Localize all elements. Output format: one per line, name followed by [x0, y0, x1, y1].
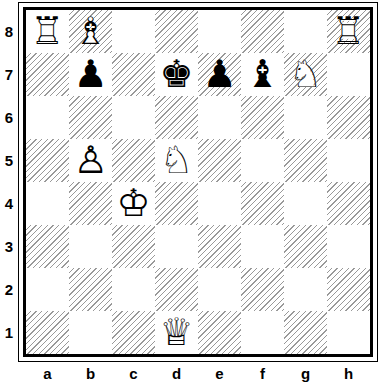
square-d7[interactable]: ♚ — [155, 53, 198, 96]
piece-black-pawn: ♟ — [69, 53, 112, 96]
square-d3[interactable] — [155, 225, 198, 268]
chess-diagram: 87654321 ♜♖♝♗♜♖♟♚♟♝♞♘♟♙♞♘♚♔♛♕ abcdefgh — [0, 0, 381, 386]
square-b6[interactable] — [69, 96, 112, 139]
piece-white-knight: ♞♘ — [155, 139, 198, 182]
square-a8[interactable]: ♜♖ — [26, 10, 69, 53]
square-b8[interactable]: ♝♗ — [69, 10, 112, 53]
black-pawn-glyph: ♟ — [198, 53, 241, 96]
piece-white-queen: ♛♕ — [155, 311, 198, 354]
square-g3[interactable] — [284, 225, 327, 268]
square-d1[interactable]: ♛♕ — [155, 311, 198, 354]
square-c6[interactable] — [112, 96, 155, 139]
white-queen-glyph: ♕ — [155, 311, 198, 354]
square-a2[interactable] — [26, 268, 69, 311]
piece-black-pawn: ♟ — [198, 53, 241, 96]
square-b5[interactable]: ♟♙ — [69, 139, 112, 182]
file-labels: abcdefgh — [26, 360, 370, 386]
square-f6[interactable] — [241, 96, 284, 139]
square-a1[interactable] — [26, 311, 69, 354]
square-e6[interactable] — [198, 96, 241, 139]
rank-label-6: 6 — [0, 96, 18, 139]
file-label-d: d — [155, 360, 198, 386]
file-label-g: g — [284, 360, 327, 386]
square-c8[interactable] — [112, 10, 155, 53]
square-g7[interactable]: ♞♘ — [284, 53, 327, 96]
file-label-e: e — [198, 360, 241, 386]
square-e8[interactable] — [198, 10, 241, 53]
black-bishop-glyph: ♝ — [241, 53, 284, 96]
square-b4[interactable] — [69, 182, 112, 225]
square-g2[interactable] — [284, 268, 327, 311]
black-pawn-glyph: ♟ — [69, 53, 112, 96]
rank-label-2: 2 — [0, 268, 18, 311]
rank-label-1: 1 — [0, 311, 18, 354]
rank-label-8: 8 — [0, 10, 18, 53]
piece-white-knight: ♞♘ — [284, 53, 327, 96]
square-g6[interactable] — [284, 96, 327, 139]
square-h4[interactable] — [327, 182, 370, 225]
rank-label-4: 4 — [0, 182, 18, 225]
white-rook-glyph: ♖ — [26, 10, 69, 53]
square-a5[interactable] — [26, 139, 69, 182]
piece-white-king: ♚♔ — [112, 182, 155, 225]
square-h8[interactable]: ♜♖ — [327, 10, 370, 53]
square-c7[interactable] — [112, 53, 155, 96]
rank-label-5: 5 — [0, 139, 18, 182]
rank-label-3: 3 — [0, 225, 18, 268]
square-g4[interactable] — [284, 182, 327, 225]
piece-white-rook: ♜♖ — [327, 10, 370, 53]
square-c5[interactable] — [112, 139, 155, 182]
square-g1[interactable] — [284, 311, 327, 354]
square-e3[interactable] — [198, 225, 241, 268]
square-d8[interactable] — [155, 10, 198, 53]
chess-board: ♜♖♝♗♜♖♟♚♟♝♞♘♟♙♞♘♚♔♛♕ — [26, 10, 370, 354]
white-pawn-glyph: ♙ — [69, 139, 112, 182]
square-d5[interactable]: ♞♘ — [155, 139, 198, 182]
square-h3[interactable] — [327, 225, 370, 268]
file-label-a: a — [26, 360, 69, 386]
square-e5[interactable] — [198, 139, 241, 182]
square-e7[interactable]: ♟ — [198, 53, 241, 96]
white-knight-glyph: ♘ — [155, 139, 198, 182]
square-c2[interactable] — [112, 268, 155, 311]
square-d6[interactable] — [155, 96, 198, 139]
square-h6[interactable] — [327, 96, 370, 139]
square-b1[interactable] — [69, 311, 112, 354]
square-h5[interactable] — [327, 139, 370, 182]
rank-label-7: 7 — [0, 53, 18, 96]
square-a4[interactable] — [26, 182, 69, 225]
square-d4[interactable] — [155, 182, 198, 225]
square-c1[interactable] — [112, 311, 155, 354]
square-e1[interactable] — [198, 311, 241, 354]
square-g5[interactable] — [284, 139, 327, 182]
file-label-b: b — [69, 360, 112, 386]
square-b7[interactable]: ♟ — [69, 53, 112, 96]
square-h7[interactable] — [327, 53, 370, 96]
file-label-f: f — [241, 360, 284, 386]
piece-white-pawn: ♟♙ — [69, 139, 112, 182]
square-g8[interactable] — [284, 10, 327, 53]
square-f7[interactable]: ♝ — [241, 53, 284, 96]
piece-white-rook: ♜♖ — [26, 10, 69, 53]
black-king-glyph: ♚ — [155, 53, 198, 96]
square-f2[interactable] — [241, 268, 284, 311]
square-c3[interactable] — [112, 225, 155, 268]
square-f3[interactable] — [241, 225, 284, 268]
square-a7[interactable] — [26, 53, 69, 96]
square-e4[interactable] — [198, 182, 241, 225]
square-a6[interactable] — [26, 96, 69, 139]
piece-black-bishop: ♝ — [241, 53, 284, 96]
square-f4[interactable] — [241, 182, 284, 225]
square-h2[interactable] — [327, 268, 370, 311]
piece-white-bishop: ♝♗ — [69, 10, 112, 53]
board-border: ♜♖♝♗♜♖♟♚♟♝♞♘♟♙♞♘♚♔♛♕ — [18, 2, 378, 362]
file-label-h: h — [327, 360, 370, 386]
square-a3[interactable] — [26, 225, 69, 268]
white-rook-glyph: ♖ — [327, 10, 370, 53]
square-e2[interactable] — [198, 268, 241, 311]
white-bishop-glyph: ♗ — [69, 10, 112, 53]
white-knight-glyph: ♘ — [284, 53, 327, 96]
rank-labels: 87654321 — [0, 10, 18, 354]
square-h1[interactable] — [327, 311, 370, 354]
board-frame: ♜♖♝♗♜♖♟♚♟♝♞♘♟♙♞♘♚♔♛♕ — [23, 7, 373, 357]
square-f1[interactable] — [241, 311, 284, 354]
file-label-c: c — [112, 360, 155, 386]
square-c4[interactable]: ♚♔ — [112, 182, 155, 225]
square-d2[interactable] — [155, 268, 198, 311]
square-f5[interactable] — [241, 139, 284, 182]
white-king-glyph: ♔ — [112, 182, 155, 225]
square-b3[interactable] — [69, 225, 112, 268]
piece-black-king: ♚ — [155, 53, 198, 96]
square-f8[interactable] — [241, 10, 284, 53]
square-b2[interactable] — [69, 268, 112, 311]
